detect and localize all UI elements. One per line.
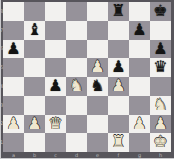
square-f3[interactable] xyxy=(108,96,129,115)
square-b5[interactable] xyxy=(24,58,45,77)
square-b1[interactable] xyxy=(24,133,45,152)
square-a6[interactable]: ♟ xyxy=(3,40,24,59)
square-h7[interactable] xyxy=(150,21,171,40)
square-f1[interactable]: ♜ xyxy=(108,133,129,152)
square-h8[interactable]: ♚ xyxy=(150,2,171,21)
square-e7[interactable] xyxy=(87,21,108,40)
square-g5[interactable] xyxy=(129,58,150,77)
square-d7[interactable] xyxy=(66,21,87,40)
rank-label-6: 6 xyxy=(0,40,3,59)
piece-white-knight[interactable]: ♞ xyxy=(69,77,83,96)
piece-black-knight[interactable]: ♞ xyxy=(90,77,104,96)
square-e6[interactable] xyxy=(87,40,108,59)
piece-white-pawn[interactable]: ♟ xyxy=(27,114,41,133)
square-d5[interactable] xyxy=(66,58,87,77)
square-h5[interactable]: ♛ xyxy=(150,58,171,77)
square-f2[interactable] xyxy=(108,115,129,134)
square-a8[interactable] xyxy=(3,2,24,21)
square-c8[interactable] xyxy=(45,2,66,21)
square-f6[interactable] xyxy=(108,40,129,59)
square-f8[interactable]: ♜ xyxy=(108,2,129,21)
piece-white-pawn[interactable]: ♟ xyxy=(153,114,167,133)
square-e1[interactable] xyxy=(87,133,108,152)
square-a3[interactable] xyxy=(3,96,24,115)
piece-black-pawn[interactable]: ♟ xyxy=(132,20,146,39)
square-f4[interactable]: ♟ xyxy=(108,77,129,96)
square-a5[interactable] xyxy=(3,58,24,77)
piece-white-queen[interactable]: ♛ xyxy=(48,114,62,133)
chess-board: ♜♚♝♟♟♟♟♟♛♟♞♞♟♞♟♟♛♟♟♜♚ xyxy=(3,2,171,152)
square-e5[interactable]: ♟ xyxy=(87,58,108,77)
square-g4[interactable] xyxy=(129,77,150,96)
square-g3[interactable] xyxy=(129,96,150,115)
rank-label-1: 1 xyxy=(0,133,3,152)
square-g2[interactable]: ♟ xyxy=(129,115,150,134)
square-a4[interactable] xyxy=(3,77,24,96)
square-f5[interactable]: ♟ xyxy=(108,58,129,77)
square-g7[interactable]: ♟ xyxy=(129,21,150,40)
square-b6[interactable] xyxy=(24,40,45,59)
rank-label-8: 8 xyxy=(0,2,3,21)
file-label-h: h xyxy=(150,152,171,159)
piece-white-pawn[interactable]: ♟ xyxy=(6,114,20,133)
piece-white-pawn[interactable]: ♟ xyxy=(111,77,125,96)
piece-black-queen[interactable]: ♛ xyxy=(153,58,167,77)
file-label-a: a xyxy=(3,152,24,159)
file-label-e: e xyxy=(87,152,108,159)
square-g8[interactable] xyxy=(129,2,150,21)
piece-black-pawn[interactable]: ♟ xyxy=(6,39,20,58)
square-d2[interactable] xyxy=(66,115,87,134)
square-h3[interactable]: ♞ xyxy=(150,96,171,115)
piece-black-pawn[interactable]: ♟ xyxy=(111,58,125,77)
file-label-d: d xyxy=(66,152,87,159)
square-h6[interactable]: ♟ xyxy=(150,40,171,59)
square-e3[interactable] xyxy=(87,96,108,115)
piece-black-pawn[interactable]: ♟ xyxy=(48,77,62,96)
piece-white-king[interactable]: ♚ xyxy=(153,133,167,152)
square-d3[interactable] xyxy=(66,96,87,115)
chess-board-frame: ♜♚♝♟♟♟♟♟♛♟♞♞♟♞♟♟♛♟♟♜♚ 87654321 abcdefgh xyxy=(0,0,174,159)
file-label-g: g xyxy=(129,152,150,159)
square-b7[interactable]: ♝ xyxy=(24,21,45,40)
square-b2[interactable]: ♟ xyxy=(24,115,45,134)
piece-black-bishop[interactable]: ♝ xyxy=(27,20,41,39)
square-c7[interactable] xyxy=(45,21,66,40)
square-c6[interactable] xyxy=(45,40,66,59)
square-d8[interactable] xyxy=(66,2,87,21)
square-e8[interactable] xyxy=(87,2,108,21)
piece-black-pawn[interactable]: ♟ xyxy=(153,39,167,58)
square-c5[interactable] xyxy=(45,58,66,77)
square-c1[interactable] xyxy=(45,133,66,152)
square-h2[interactable]: ♟ xyxy=(150,115,171,134)
rank-label-3: 3 xyxy=(0,96,3,115)
square-f7[interactable] xyxy=(108,21,129,40)
square-a7[interactable] xyxy=(3,21,24,40)
square-b3[interactable] xyxy=(24,96,45,115)
file-label-f: f xyxy=(108,152,129,159)
piece-white-rook[interactable]: ♜ xyxy=(111,133,125,152)
rank-label-5: 5 xyxy=(0,58,3,77)
piece-black-king[interactable]: ♚ xyxy=(153,2,167,21)
square-d1[interactable] xyxy=(66,133,87,152)
square-a2[interactable]: ♟ xyxy=(3,115,24,134)
square-e4[interactable]: ♞ xyxy=(87,77,108,96)
square-g6[interactable] xyxy=(129,40,150,59)
file-label-b: b xyxy=(24,152,45,159)
square-c4[interactable]: ♟ xyxy=(45,77,66,96)
piece-white-pawn[interactable]: ♟ xyxy=(90,58,104,77)
square-c2[interactable]: ♛ xyxy=(45,115,66,134)
square-b8[interactable] xyxy=(24,2,45,21)
square-b4[interactable] xyxy=(24,77,45,96)
piece-white-pawn[interactable]: ♟ xyxy=(132,114,146,133)
square-d6[interactable] xyxy=(66,40,87,59)
square-d4[interactable]: ♞ xyxy=(66,77,87,96)
rank-label-4: 4 xyxy=(0,77,3,96)
piece-black-rook[interactable]: ♜ xyxy=(111,2,125,21)
rank-label-7: 7 xyxy=(0,21,3,40)
square-h4[interactable] xyxy=(150,77,171,96)
file-label-c: c xyxy=(45,152,66,159)
square-a1[interactable] xyxy=(3,133,24,152)
square-g1[interactable] xyxy=(129,133,150,152)
piece-white-knight[interactable]: ♞ xyxy=(153,95,167,114)
rank-label-2: 2 xyxy=(0,115,3,134)
square-h1[interactable]: ♚ xyxy=(150,133,171,152)
square-e2[interactable] xyxy=(87,115,108,134)
square-c3[interactable] xyxy=(45,96,66,115)
